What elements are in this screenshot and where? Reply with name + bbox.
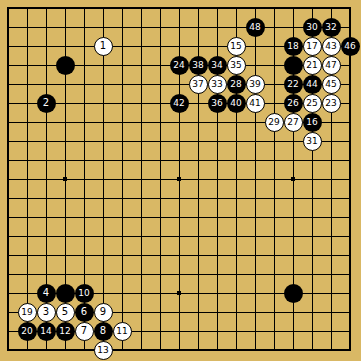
move-number: 46 (344, 42, 355, 51)
grid-line-horizontal (7, 349, 351, 351)
stone-black: 26 (284, 94, 303, 113)
stone-white: 33 (208, 75, 227, 94)
move-number: 39 (249, 80, 260, 89)
move-number: 35 (230, 61, 241, 70)
stone-white: 3 (37, 303, 56, 322)
stone-black (284, 56, 303, 75)
move-number: 26 (287, 99, 298, 108)
stone-white: 23 (322, 94, 341, 113)
move-number: 14 (40, 327, 51, 336)
move-number: 24 (173, 61, 184, 70)
stone-black: 10 (75, 284, 94, 303)
move-number: 40 (230, 99, 241, 108)
move-number: 34 (211, 61, 222, 70)
move-number: 13 (97, 346, 108, 355)
star-point (63, 177, 67, 181)
move-number: 38 (192, 61, 203, 70)
stone-white: 19 (18, 303, 37, 322)
move-number: 3 (43, 307, 49, 317)
move-number: 18 (287, 42, 298, 51)
move-number: 45 (325, 80, 336, 89)
move-number: 36 (211, 99, 222, 108)
move-number: 37 (192, 80, 203, 89)
grid-line-horizontal (7, 274, 351, 275)
move-number: 22 (287, 80, 298, 89)
stone-black: 2 (37, 94, 56, 113)
grid-line-horizontal (7, 217, 351, 218)
move-number: 30 (306, 23, 317, 32)
move-number: 42 (173, 99, 184, 108)
grid-line-vertical (255, 7, 256, 351)
stone-white: 25 (303, 94, 322, 113)
stone-white: 17 (303, 37, 322, 56)
stone-white: 11 (113, 322, 132, 341)
stone-black (56, 284, 75, 303)
move-number: 41 (249, 99, 260, 108)
move-number: 16 (306, 118, 317, 127)
stone-white: 5 (56, 303, 75, 322)
stone-white: 9 (94, 303, 113, 322)
grid-line-horizontal (7, 236, 351, 237)
stone-black: 44 (303, 75, 322, 94)
stone-white: 37 (189, 75, 208, 94)
move-number: 48 (249, 23, 260, 32)
stone-black: 22 (284, 75, 303, 94)
grid-line-horizontal (7, 198, 351, 199)
move-number: 6 (81, 307, 87, 317)
move-number: 4 (43, 288, 49, 298)
stone-black: 14 (37, 322, 56, 341)
stone-white: 29 (265, 113, 284, 132)
stone-black: 16 (303, 113, 322, 132)
stone-black: 32 (322, 18, 341, 37)
stone-black (56, 56, 75, 75)
grid-line-vertical (274, 7, 275, 351)
stone-black (284, 284, 303, 303)
stone-black: 6 (75, 303, 94, 322)
move-number: 12 (59, 327, 70, 336)
stone-black: 20 (18, 322, 37, 341)
stone-white: 35 (227, 56, 246, 75)
stone-white: 47 (322, 56, 341, 75)
stone-black: 30 (303, 18, 322, 37)
stone-black: 8 (94, 322, 113, 341)
move-number: 43 (325, 42, 336, 51)
move-number: 10 (78, 289, 89, 298)
move-number: 9 (100, 307, 106, 317)
stone-black: 34 (208, 56, 227, 75)
stone-white: 15 (227, 37, 246, 56)
stone-white: 7 (75, 322, 94, 341)
stone-black: 48 (246, 18, 265, 37)
stone-black: 4 (37, 284, 56, 303)
move-number: 7 (81, 326, 87, 336)
grid-line-vertical (349, 7, 351, 351)
stone-black: 18 (284, 37, 303, 56)
move-number: 2 (43, 98, 49, 108)
stone-white: 13 (94, 341, 113, 360)
move-number: 25 (306, 99, 317, 108)
move-number: 47 (325, 61, 336, 70)
stone-black: 28 (227, 75, 246, 94)
stone-black: 38 (189, 56, 208, 75)
stone-white: 41 (246, 94, 265, 113)
stone-black: 24 (170, 56, 189, 75)
stone-white: 39 (246, 75, 265, 94)
star-point (291, 177, 295, 181)
stone-white: 1 (94, 37, 113, 56)
move-number: 8 (100, 326, 106, 336)
move-number: 11 (116, 327, 127, 336)
move-number: 5 (62, 307, 68, 317)
move-number: 33 (211, 80, 222, 89)
move-number: 23 (325, 99, 336, 108)
grid-line-horizontal (7, 255, 351, 256)
stone-white: 31 (303, 132, 322, 151)
move-number: 17 (306, 42, 317, 51)
move-number: 19 (21, 308, 32, 317)
stone-white: 21 (303, 56, 322, 75)
move-number: 28 (230, 80, 241, 89)
move-number: 29 (268, 118, 279, 127)
move-number: 27 (287, 118, 298, 127)
stone-white: 27 (284, 113, 303, 132)
stone-black: 12 (56, 322, 75, 341)
move-number: 21 (306, 61, 317, 70)
stone-black: 46 (341, 37, 360, 56)
move-number: 44 (306, 80, 317, 89)
go-board[interactable]: 1234567891011121314151617181920212223242… (0, 0, 361, 361)
move-number: 32 (325, 23, 336, 32)
move-number: 20 (21, 327, 32, 336)
move-number: 31 (306, 137, 317, 146)
stone-black: 40 (227, 94, 246, 113)
star-point (177, 291, 181, 295)
stone-black: 36 (208, 94, 227, 113)
move-number: 1 (100, 41, 106, 51)
move-number: 15 (230, 42, 241, 51)
stone-white: 45 (322, 75, 341, 94)
stone-black: 42 (170, 94, 189, 113)
star-point (177, 177, 181, 181)
stone-white: 43 (322, 37, 341, 56)
